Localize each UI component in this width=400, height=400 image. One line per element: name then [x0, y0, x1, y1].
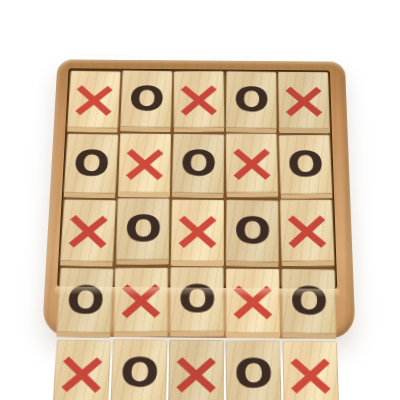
red-cross-block: × — [225, 272, 280, 330]
board-cell-r1c2[interactable]: O — [120, 70, 173, 132]
red-cross-block: × — [173, 74, 225, 125]
board-cell-r4c4[interactable]: × — [226, 269, 280, 339]
dark-ring-block: O — [128, 82, 165, 116]
red-cross-block: × — [52, 343, 111, 400]
board-cell-r2c1[interactable]: O — [63, 134, 118, 199]
board-grid: ×O×O×O×O×O×O×O×O×O×O×O×O× — [59, 70, 335, 288]
board-cell-r4c3[interactable]: O — [170, 267, 224, 336]
board-cell-r2c3[interactable]: O — [172, 134, 225, 199]
dark-ring-block: O — [233, 212, 271, 249]
board-well: ×O×O×O×O×O×O×O×O×O×O×O×O× — [57, 68, 337, 289]
board-cell-r2c2[interactable]: × — [118, 133, 171, 197]
board-cell-r5c3[interactable]: × — [168, 340, 224, 400]
board-cell-r3c1[interactable]: × — [60, 199, 116, 267]
red-cross-block: × — [118, 136, 172, 189]
board-cell-r4c1[interactable]: O — [56, 268, 114, 339]
board-cell-r3c5[interactable]: × — [280, 200, 335, 267]
board-cell-r1c4[interactable]: O — [226, 71, 277, 133]
board-cell-r1c1[interactable]: × — [67, 71, 121, 133]
dark-ring-block: O — [119, 352, 159, 393]
board-cell-r5c2[interactable]: O — [110, 339, 168, 400]
board-cell-r4c5[interactable]: O — [282, 269, 337, 339]
board-cell-r2c5[interactable]: O — [279, 135, 333, 199]
board-cell-r3c3[interactable]: × — [171, 200, 224, 267]
board-cell-r4c2[interactable]: × — [113, 268, 168, 338]
red-cross-block: × — [60, 202, 117, 258]
dark-ring-block: O — [289, 282, 328, 321]
dark-ring-block: O — [233, 83, 269, 117]
dark-ring-block: O — [180, 146, 217, 182]
scene: ×O×O×O×O×O×O×O×O×O×O×O×O× — [0, 0, 400, 400]
dark-ring-block: O — [124, 211, 162, 248]
wooden-tray: ×O×O×O×O×O×O×O×O×O×O×O×O× — [42, 59, 356, 339]
red-cross-block: × — [168, 343, 225, 400]
dark-ring-block: O — [65, 281, 105, 320]
dark-ring-block: O — [178, 280, 216, 318]
red-cross-block: × — [282, 344, 340, 400]
dark-ring-block: O — [233, 354, 273, 394]
board-cell-r5c5[interactable]: × — [282, 341, 339, 400]
dark-ring-block: O — [286, 147, 324, 182]
board-cell-r2c4[interactable]: × — [226, 134, 279, 198]
red-cross-block: × — [113, 271, 168, 329]
red-cross-block: × — [278, 75, 331, 126]
dark-ring-block: O — [72, 146, 111, 182]
red-cross-block: × — [67, 73, 121, 125]
board-cell-r1c3[interactable]: × — [174, 71, 225, 132]
red-cross-block: × — [170, 203, 224, 259]
red-cross-block: × — [225, 136, 278, 189]
red-cross-block: × — [279, 203, 335, 258]
photo-background: ×O×O×O×O×O×O×O×O×O×O×O×O× — [0, 0, 400, 400]
board-cell-r5c4[interactable]: O — [225, 340, 282, 400]
board-cell-r3c2[interactable]: O — [116, 198, 170, 265]
board-cell-r3c4[interactable]: O — [226, 200, 279, 267]
board-cell-r1c5[interactable]: × — [278, 72, 330, 134]
board-cell-r5c1[interactable]: × — [51, 339, 111, 400]
